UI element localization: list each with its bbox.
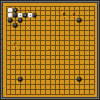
white-stone[interactable] xyxy=(28,13,33,18)
top-coordinate-label: 9 xyxy=(44,0,46,2)
grid-line-vertical xyxy=(69,6,70,94)
top-coordinate-label: 12 xyxy=(58,0,61,2)
black-stone[interactable] xyxy=(77,18,82,23)
left-coordinate-label: 14 xyxy=(0,68,3,70)
left-coordinate-label: 19 xyxy=(0,92,3,94)
answer-point-label-c[interactable]: C xyxy=(14,43,18,47)
grid-line-horizontal xyxy=(6,59,94,60)
top-coordinate-label: 3 xyxy=(15,0,17,2)
left-coordinate-label: 15 xyxy=(0,73,3,75)
left-coordinate-label: 5 xyxy=(1,24,3,26)
top-coordinate-label: 18 xyxy=(87,0,90,2)
top-coordinate-label: 17 xyxy=(82,0,85,2)
left-coordinate-label: 13 xyxy=(0,63,3,65)
grid-line-vertical xyxy=(74,6,75,94)
top-coordinate-label: 5 xyxy=(24,0,26,2)
answer-point-label-b[interactable]: B xyxy=(62,13,66,17)
grid-line-vertical xyxy=(59,6,60,94)
black-stone[interactable] xyxy=(18,18,23,23)
white-stone[interactable] xyxy=(8,8,13,13)
top-coordinate-label: 11 xyxy=(53,0,56,2)
black-stone[interactable] xyxy=(8,18,13,23)
move-number-mark xyxy=(29,15,31,17)
answer-point-label-a[interactable]: A xyxy=(72,13,76,17)
black-stone[interactable] xyxy=(18,77,23,82)
grid-line-horizontal xyxy=(6,55,94,56)
white-stone[interactable] xyxy=(8,13,13,18)
move-number-mark xyxy=(15,10,17,12)
black-stone[interactable] xyxy=(77,77,82,82)
left-coordinate-label: 1 xyxy=(1,4,3,6)
black-stone[interactable] xyxy=(13,23,18,28)
black-stone[interactable] xyxy=(13,8,18,13)
left-coordinate-label: 11 xyxy=(0,53,3,55)
white-stone[interactable] xyxy=(18,13,23,18)
left-coordinate-label: 16 xyxy=(0,78,3,80)
grid-line-vertical xyxy=(55,6,56,94)
top-coordinate-label: 4 xyxy=(19,0,21,2)
left-coordinate-label: 18 xyxy=(0,88,3,90)
left-coordinate-label: 10 xyxy=(0,48,3,50)
grid-line-vertical xyxy=(89,6,90,94)
top-coordinate-label: 13 xyxy=(63,0,66,2)
top-coordinate-label: 7 xyxy=(34,0,36,2)
top-coordinate-label: 19 xyxy=(92,0,95,2)
top-coordinate-label: 8 xyxy=(39,0,41,2)
grid-line-horizontal xyxy=(6,94,94,95)
top-coordinate-label: 6 xyxy=(29,0,31,2)
grid-line-horizontal xyxy=(6,64,94,65)
left-coordinate-label: 17 xyxy=(0,83,3,85)
star-point xyxy=(78,49,80,51)
go-app-window: BAC 123456789101112131415161718191234567… xyxy=(0,0,100,100)
grid-line-vertical xyxy=(64,6,65,94)
left-coordinate-label: 6 xyxy=(1,29,3,31)
top-coordinate-label: 2 xyxy=(10,0,12,2)
grid-line-horizontal xyxy=(6,84,94,85)
black-stone[interactable] xyxy=(13,13,18,18)
star-point xyxy=(19,49,21,51)
left-coordinate-label: 12 xyxy=(0,58,3,60)
top-coordinate-label: 14 xyxy=(68,0,71,2)
black-stone[interactable] xyxy=(33,13,38,18)
left-coordinate-label: 7 xyxy=(1,34,3,36)
left-coordinate-label: 9 xyxy=(1,43,3,45)
left-coordinate-label: 8 xyxy=(1,39,3,41)
grid-line-horizontal xyxy=(6,89,94,90)
grid-line-horizontal xyxy=(6,74,94,75)
top-coordinate-label: 16 xyxy=(77,0,80,2)
grid-line-vertical xyxy=(94,6,95,94)
top-coordinate-label: 1 xyxy=(5,0,7,2)
top-coordinate-label: 15 xyxy=(73,0,76,2)
grid-line-vertical xyxy=(84,6,85,94)
move-number-mark xyxy=(24,15,26,17)
top-coordinate-label: 10 xyxy=(48,0,51,2)
left-coordinate-label: 2 xyxy=(1,9,3,11)
left-coordinate-label: 3 xyxy=(1,14,3,16)
star-point xyxy=(49,49,51,51)
go-board[interactable]: BAC xyxy=(3,3,97,97)
star-point xyxy=(49,19,51,21)
left-coordinate-label: 4 xyxy=(1,19,3,21)
star-point xyxy=(49,78,51,80)
black-stone[interactable] xyxy=(23,13,28,18)
grid-line-horizontal xyxy=(6,69,94,70)
move-number-mark xyxy=(19,15,21,17)
